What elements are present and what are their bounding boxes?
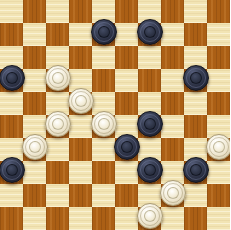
square-25[interactable] (207, 92, 230, 115)
square-r0c0 (0, 0, 23, 23)
square-r8c2 (46, 184, 69, 207)
square-33[interactable] (115, 138, 138, 161)
square-19[interactable] (138, 69, 161, 92)
square-r9c7 (161, 207, 184, 230)
square-r5c3 (69, 115, 92, 138)
square-r2c6 (138, 46, 161, 69)
square-5[interactable] (207, 0, 230, 23)
square-r9c9 (207, 207, 230, 230)
square-14[interactable] (161, 46, 184, 69)
square-r7c3 (69, 161, 92, 184)
square-42[interactable] (69, 184, 92, 207)
square-r8c8 (184, 184, 207, 207)
draughts-board (0, 0, 230, 230)
square-r8c4 (92, 184, 115, 207)
square-28[interactable] (92, 115, 115, 138)
square-29[interactable] (138, 115, 161, 138)
square-7[interactable] (46, 23, 69, 46)
square-r7c1 (23, 161, 46, 184)
square-3[interactable] (115, 0, 138, 23)
square-10[interactable] (184, 23, 207, 46)
square-16[interactable] (0, 69, 23, 92)
square-20[interactable] (184, 69, 207, 92)
square-23[interactable] (115, 92, 138, 115)
white-man-square-35[interactable] (206, 134, 231, 160)
square-32[interactable] (69, 138, 92, 161)
black-man-square-39[interactable] (137, 157, 163, 183)
square-4[interactable] (161, 0, 184, 23)
square-47[interactable] (46, 207, 69, 230)
square-r1c3 (69, 23, 92, 46)
square-27[interactable] (46, 115, 69, 138)
square-12[interactable] (69, 46, 92, 69)
square-r7c5 (115, 161, 138, 184)
square-r9c1 (23, 207, 46, 230)
square-r6c2 (46, 138, 69, 161)
square-46[interactable] (0, 207, 23, 230)
square-22[interactable] (69, 92, 92, 115)
white-man-square-22[interactable] (68, 88, 94, 114)
square-38[interactable] (92, 161, 115, 184)
square-31[interactable] (23, 138, 46, 161)
white-man-square-44[interactable] (160, 180, 186, 206)
square-r1c1 (23, 23, 46, 46)
square-1[interactable] (23, 0, 46, 23)
square-41[interactable] (23, 184, 46, 207)
black-man-square-8[interactable] (91, 19, 117, 45)
square-2[interactable] (69, 0, 92, 23)
square-r3c7 (161, 69, 184, 92)
square-r8c0 (0, 184, 23, 207)
square-36[interactable] (0, 161, 23, 184)
square-24[interactable] (161, 92, 184, 115)
square-34[interactable] (161, 138, 184, 161)
square-r9c3 (69, 207, 92, 230)
white-man-square-49[interactable] (137, 203, 163, 229)
square-r3c1 (23, 69, 46, 92)
square-6[interactable] (0, 23, 23, 46)
black-man-square-40[interactable] (183, 157, 209, 183)
square-r6c4 (92, 138, 115, 161)
square-r4c0 (0, 92, 23, 115)
black-man-square-16[interactable] (0, 65, 25, 91)
square-r2c4 (92, 46, 115, 69)
square-35[interactable] (207, 138, 230, 161)
square-r5c7 (161, 115, 184, 138)
black-man-square-36[interactable] (0, 157, 25, 183)
square-r0c2 (46, 0, 69, 23)
square-17[interactable] (46, 69, 69, 92)
square-r1c9 (207, 23, 230, 46)
square-r1c7 (161, 23, 184, 46)
square-r3c9 (207, 69, 230, 92)
black-man-square-29[interactable] (137, 111, 163, 137)
square-37[interactable] (46, 161, 69, 184)
square-45[interactable] (207, 184, 230, 207)
square-49[interactable] (138, 207, 161, 230)
white-man-square-17[interactable] (45, 65, 71, 91)
square-44[interactable] (161, 184, 184, 207)
square-48[interactable] (92, 207, 115, 230)
square-26[interactable] (0, 115, 23, 138)
square-40[interactable] (184, 161, 207, 184)
square-r9c5 (115, 207, 138, 230)
square-43[interactable] (115, 184, 138, 207)
white-man-square-27[interactable] (45, 111, 71, 137)
black-man-square-20[interactable] (183, 65, 209, 91)
square-r7c9 (207, 161, 230, 184)
square-18[interactable] (92, 69, 115, 92)
square-r0c8 (184, 0, 207, 23)
square-r1c5 (115, 23, 138, 46)
square-8[interactable] (92, 23, 115, 46)
square-39[interactable] (138, 161, 161, 184)
square-30[interactable] (184, 115, 207, 138)
black-man-square-33[interactable] (114, 134, 140, 160)
draughts-board-wrap (0, 0, 230, 230)
square-r3c5 (115, 69, 138, 92)
square-50[interactable] (184, 207, 207, 230)
black-man-square-9[interactable] (137, 19, 163, 45)
square-11[interactable] (23, 46, 46, 69)
square-15[interactable] (207, 46, 230, 69)
square-13[interactable] (115, 46, 138, 69)
white-man-square-31[interactable] (22, 134, 48, 160)
square-9[interactable] (138, 23, 161, 46)
square-r4c8 (184, 92, 207, 115)
white-man-square-28[interactable] (91, 111, 117, 137)
square-21[interactable] (23, 92, 46, 115)
